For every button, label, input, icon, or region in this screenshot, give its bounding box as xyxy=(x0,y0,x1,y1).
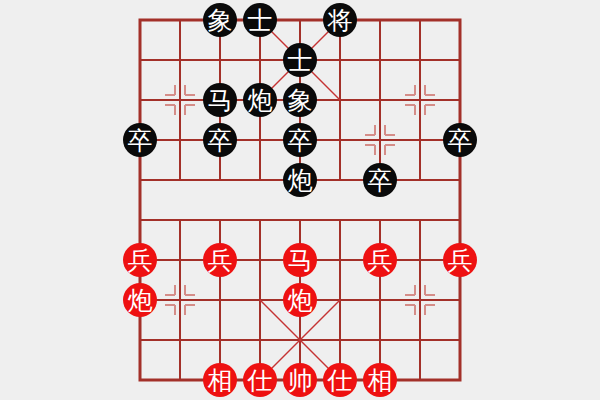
piece-black-cannon[interactable]: 炮 xyxy=(243,83,277,117)
piece-red-horse[interactable]: 马 xyxy=(283,243,317,277)
piece-red-cannon[interactable]: 炮 xyxy=(283,283,317,317)
piece-black-soldier[interactable]: 卒 xyxy=(363,163,397,197)
piece-red-cannon[interactable]: 炮 xyxy=(123,283,157,317)
piece-red-soldier[interactable]: 兵 xyxy=(443,243,477,277)
piece-black-soldier[interactable]: 卒 xyxy=(123,123,157,157)
piece-black-soldier[interactable]: 卒 xyxy=(283,123,317,157)
piece-red-soldier[interactable]: 兵 xyxy=(363,243,397,277)
piece-red-soldier[interactable]: 兵 xyxy=(123,243,157,277)
piece-red-elephant[interactable]: 相 xyxy=(363,363,397,397)
piece-red-soldier[interactable]: 兵 xyxy=(203,243,237,277)
piece-black-cannon[interactable]: 炮 xyxy=(283,163,317,197)
piece-black-advisor[interactable]: 士 xyxy=(243,3,277,37)
piece-black-soldier[interactable]: 卒 xyxy=(443,123,477,157)
piece-black-horse[interactable]: 马 xyxy=(203,83,237,117)
piece-black-advisor[interactable]: 士 xyxy=(283,43,317,77)
piece-red-general[interactable]: 帅 xyxy=(283,363,317,397)
piece-black-elephant[interactable]: 象 xyxy=(203,3,237,37)
piece-red-advisor[interactable]: 仕 xyxy=(243,363,277,397)
piece-black-general[interactable]: 将 xyxy=(323,3,357,37)
piece-black-soldier[interactable]: 卒 xyxy=(203,123,237,157)
piece-black-elephant[interactable]: 象 xyxy=(283,83,317,117)
piece-red-elephant[interactable]: 相 xyxy=(203,363,237,397)
piece-red-advisor[interactable]: 仕 xyxy=(323,363,357,397)
xiangqi-board-screen: 象士将士马炮象卒卒卒卒炮卒兵兵马兵兵炮炮相仕帅仕相 xyxy=(0,0,600,400)
piece-layer: 象士将士马炮象卒卒卒卒炮卒兵兵马兵兵炮炮相仕帅仕相 xyxy=(120,0,480,400)
